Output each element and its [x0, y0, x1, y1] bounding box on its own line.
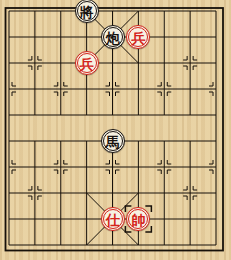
piece-character: 炮	[106, 31, 120, 45]
piece-red-soldier-2[interactable]: 兵	[75, 51, 99, 75]
piece-black-cannon[interactable]: 炮	[101, 25, 125, 49]
pieces-layer[interactable]: 將炮兵兵馬仕帥	[0, 0, 231, 260]
piece-character: 兵	[131, 31, 145, 45]
piece-black-general[interactable]: 將	[75, 0, 99, 23]
piece-character: 帥	[131, 213, 145, 227]
piece-character: 仕	[106, 213, 120, 227]
xiangqi-board: 將炮兵兵馬仕帥	[0, 0, 231, 260]
piece-black-horse[interactable]: 馬	[101, 129, 125, 153]
piece-red-advisor[interactable]: 仕	[101, 207, 125, 231]
piece-red-soldier-1[interactable]: 兵	[126, 25, 150, 49]
piece-character: 兵	[80, 57, 94, 71]
piece-red-general[interactable]: 帥	[126, 207, 150, 231]
piece-character: 將	[80, 5, 94, 19]
piece-character: 馬	[106, 135, 120, 149]
